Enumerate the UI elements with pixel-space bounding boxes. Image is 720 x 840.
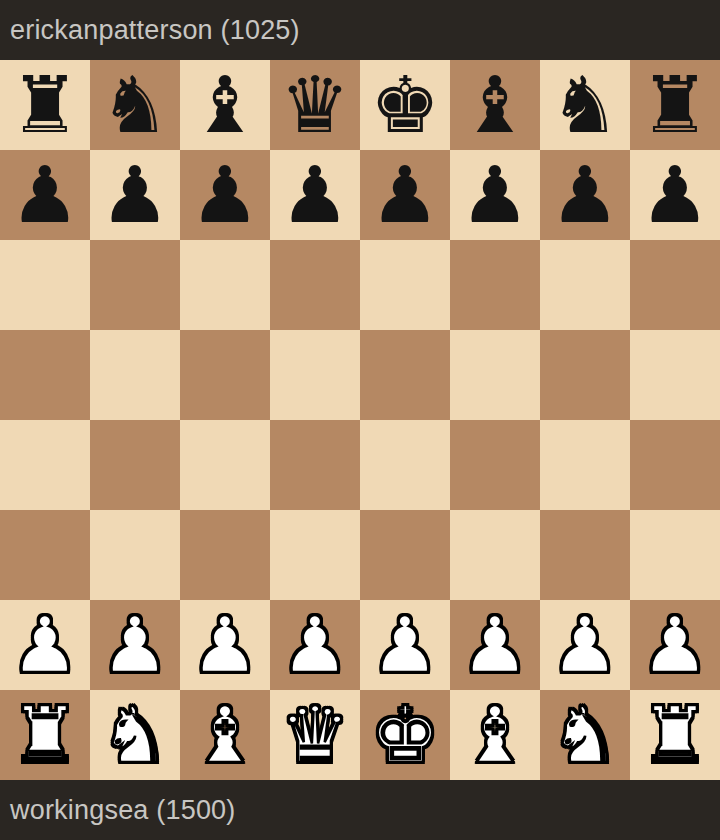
square-a2[interactable]: ♟ bbox=[0, 600, 90, 690]
square-f1[interactable]: ♝ bbox=[450, 690, 540, 780]
square-c4[interactable] bbox=[180, 420, 270, 510]
square-e5[interactable] bbox=[360, 330, 450, 420]
square-f6[interactable] bbox=[450, 240, 540, 330]
square-f7[interactable]: ♟ bbox=[450, 150, 540, 240]
white-rook-piece[interactable]: ♜ bbox=[640, 690, 710, 780]
square-a7[interactable]: ♟ bbox=[0, 150, 90, 240]
white-pawn-piece[interactable]: ♟ bbox=[550, 600, 620, 690]
black-rook-piece[interactable]: ♜ bbox=[640, 60, 710, 150]
square-d6[interactable] bbox=[270, 240, 360, 330]
square-b7[interactable]: ♟ bbox=[90, 150, 180, 240]
white-queen-piece[interactable]: ♛ bbox=[280, 690, 350, 780]
square-c1[interactable]: ♝ bbox=[180, 690, 270, 780]
square-g8[interactable]: ♞ bbox=[540, 60, 630, 150]
black-knight-piece[interactable]: ♞ bbox=[100, 60, 170, 150]
square-a6[interactable] bbox=[0, 240, 90, 330]
white-pawn-piece[interactable]: ♟ bbox=[10, 600, 80, 690]
square-h7[interactable]: ♟ bbox=[630, 150, 720, 240]
square-g7[interactable]: ♟ bbox=[540, 150, 630, 240]
square-d5[interactable] bbox=[270, 330, 360, 420]
white-king-piece[interactable]: ♚ bbox=[370, 690, 440, 780]
square-d3[interactable] bbox=[270, 510, 360, 600]
square-e8[interactable]: ♚ bbox=[360, 60, 450, 150]
black-pawn-piece[interactable]: ♟ bbox=[640, 150, 710, 240]
square-b8[interactable]: ♞ bbox=[90, 60, 180, 150]
white-pawn-piece[interactable]: ♟ bbox=[460, 600, 530, 690]
black-pawn-piece[interactable]: ♟ bbox=[460, 150, 530, 240]
square-d2[interactable]: ♟ bbox=[270, 600, 360, 690]
square-f2[interactable]: ♟ bbox=[450, 600, 540, 690]
chess-board: ♜♞♝♛♚♝♞♜♟♟♟♟♟♟♟♟♟♟♟♟♟♟♟♟♜♞♝♛♚♝♞♜ bbox=[0, 60, 720, 780]
white-pawn-piece[interactable]: ♟ bbox=[190, 600, 260, 690]
square-f4[interactable] bbox=[450, 420, 540, 510]
square-h1[interactable]: ♜ bbox=[630, 690, 720, 780]
square-a1[interactable]: ♜ bbox=[0, 690, 90, 780]
black-pawn-piece[interactable]: ♟ bbox=[10, 150, 80, 240]
square-e1[interactable]: ♚ bbox=[360, 690, 450, 780]
square-f3[interactable] bbox=[450, 510, 540, 600]
square-a5[interactable] bbox=[0, 330, 90, 420]
square-g4[interactable] bbox=[540, 420, 630, 510]
white-pawn-piece[interactable]: ♟ bbox=[280, 600, 350, 690]
black-king-piece[interactable]: ♚ bbox=[370, 60, 440, 150]
square-h3[interactable] bbox=[630, 510, 720, 600]
square-g3[interactable] bbox=[540, 510, 630, 600]
black-queen-piece[interactable]: ♛ bbox=[280, 60, 350, 150]
black-rook-piece[interactable]: ♜ bbox=[10, 60, 80, 150]
square-h8[interactable]: ♜ bbox=[630, 60, 720, 150]
top-player-bar: erickanpatterson (1025) bbox=[0, 0, 720, 60]
white-pawn-piece[interactable]: ♟ bbox=[370, 600, 440, 690]
square-d7[interactable]: ♟ bbox=[270, 150, 360, 240]
black-bishop-piece[interactable]: ♝ bbox=[460, 60, 530, 150]
white-bishop-piece[interactable]: ♝ bbox=[190, 690, 260, 780]
black-pawn-piece[interactable]: ♟ bbox=[280, 150, 350, 240]
square-a3[interactable] bbox=[0, 510, 90, 600]
square-g5[interactable] bbox=[540, 330, 630, 420]
white-knight-piece[interactable]: ♞ bbox=[100, 690, 170, 780]
square-h2[interactable]: ♟ bbox=[630, 600, 720, 690]
square-g1[interactable]: ♞ bbox=[540, 690, 630, 780]
square-c2[interactable]: ♟ bbox=[180, 600, 270, 690]
square-e3[interactable] bbox=[360, 510, 450, 600]
white-pawn-piece[interactable]: ♟ bbox=[100, 600, 170, 690]
square-e2[interactable]: ♟ bbox=[360, 600, 450, 690]
square-c8[interactable]: ♝ bbox=[180, 60, 270, 150]
square-g6[interactable] bbox=[540, 240, 630, 330]
square-c5[interactable] bbox=[180, 330, 270, 420]
top-player-label: erickanpatterson (1025) bbox=[10, 15, 300, 46]
square-c6[interactable] bbox=[180, 240, 270, 330]
white-knight-piece[interactable]: ♞ bbox=[550, 690, 620, 780]
square-c7[interactable]: ♟ bbox=[180, 150, 270, 240]
square-a4[interactable] bbox=[0, 420, 90, 510]
square-f5[interactable] bbox=[450, 330, 540, 420]
square-a8[interactable]: ♜ bbox=[0, 60, 90, 150]
black-knight-piece[interactable]: ♞ bbox=[550, 60, 620, 150]
bottom-player-label: workingsea (1500) bbox=[10, 795, 236, 826]
square-b3[interactable] bbox=[90, 510, 180, 600]
bottom-player-bar: workingsea (1500) bbox=[0, 780, 720, 840]
square-b1[interactable]: ♞ bbox=[90, 690, 180, 780]
square-d1[interactable]: ♛ bbox=[270, 690, 360, 780]
square-g2[interactable]: ♟ bbox=[540, 600, 630, 690]
black-pawn-piece[interactable]: ♟ bbox=[550, 150, 620, 240]
square-b2[interactable]: ♟ bbox=[90, 600, 180, 690]
black-pawn-piece[interactable]: ♟ bbox=[100, 150, 170, 240]
square-b4[interactable] bbox=[90, 420, 180, 510]
square-h5[interactable] bbox=[630, 330, 720, 420]
black-bishop-piece[interactable]: ♝ bbox=[190, 60, 260, 150]
square-b5[interactable] bbox=[90, 330, 180, 420]
square-d4[interactable] bbox=[270, 420, 360, 510]
square-d8[interactable]: ♛ bbox=[270, 60, 360, 150]
square-f8[interactable]: ♝ bbox=[450, 60, 540, 150]
white-rook-piece[interactable]: ♜ bbox=[10, 690, 80, 780]
square-h6[interactable] bbox=[630, 240, 720, 330]
square-c3[interactable] bbox=[180, 510, 270, 600]
white-pawn-piece[interactable]: ♟ bbox=[640, 600, 710, 690]
square-e6[interactable] bbox=[360, 240, 450, 330]
square-e4[interactable] bbox=[360, 420, 450, 510]
black-pawn-piece[interactable]: ♟ bbox=[190, 150, 260, 240]
white-bishop-piece[interactable]: ♝ bbox=[460, 690, 530, 780]
square-b6[interactable] bbox=[90, 240, 180, 330]
square-e7[interactable]: ♟ bbox=[360, 150, 450, 240]
black-pawn-piece[interactable]: ♟ bbox=[370, 150, 440, 240]
square-h4[interactable] bbox=[630, 420, 720, 510]
